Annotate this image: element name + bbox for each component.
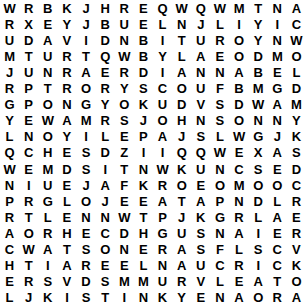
grid-cell-r11c8[interactable]: N	[134, 161, 153, 177]
grid-cell-r7c9[interactable]: U	[153, 97, 172, 113]
grid-cell-r16c15[interactable]: C	[268, 242, 287, 258]
grid-cell-r4c5[interactable]: T	[77, 48, 96, 64]
grid-cell-r5c2[interactable]: U	[19, 64, 38, 80]
grid-cell-r16c13[interactable]: L	[230, 242, 249, 258]
grid-cell-r4c12[interactable]: E	[210, 48, 229, 64]
grid-cell-r2c5[interactable]: J	[77, 16, 96, 32]
grid-cell-r12c14[interactable]: O	[249, 177, 268, 193]
grid-cell-r4c8[interactable]: B	[134, 48, 153, 64]
grid-cell-r12c7[interactable]: F	[115, 177, 134, 193]
grid-cell-r3c16[interactable]: W	[287, 32, 306, 48]
grid-cell-r9c5[interactable]: I	[77, 129, 96, 145]
grid-cell-r5c11[interactable]: N	[191, 64, 210, 80]
grid-cell-r17c5[interactable]: R	[77, 258, 96, 274]
grid-cell-r7c8[interactable]: K	[134, 97, 153, 113]
grid-cell-r6c16[interactable]: D	[287, 81, 306, 97]
grid-cell-r10c16[interactable]: S	[287, 145, 306, 161]
grid-cell-r9c10[interactable]: J	[172, 129, 191, 145]
grid-cell-r3c7[interactable]: N	[115, 32, 134, 48]
grid-cell-r8c6[interactable]: R	[96, 113, 115, 129]
grid-cell-r7c10[interactable]: D	[172, 97, 191, 113]
grid-cell-r6c1[interactable]: R	[0, 81, 19, 97]
grid-cell-r10c2[interactable]: C	[19, 145, 38, 161]
grid-cell-r8c11[interactable]: N	[191, 113, 210, 129]
grid-cell-r13c16[interactable]: R	[287, 193, 306, 209]
grid-cell-r2c4[interactable]: Y	[57, 16, 76, 32]
grid-cell-r8c8[interactable]: J	[134, 113, 153, 129]
grid-cell-r13c9[interactable]: A	[153, 193, 172, 209]
grid-cell-r13c7[interactable]: E	[115, 193, 134, 209]
grid-cell-r16c12[interactable]: F	[210, 242, 229, 258]
grid-cell-r5c4[interactable]: R	[57, 64, 76, 80]
grid-cell-r16c1[interactable]: C	[0, 242, 19, 258]
grid-cell-r12c15[interactable]: O	[268, 177, 287, 193]
grid-cell-r10c11[interactable]: Q	[191, 145, 210, 161]
grid-cell-r11c11[interactable]: U	[191, 161, 210, 177]
grid-cell-r17c3[interactable]: I	[38, 258, 57, 274]
grid-cell-r9c9[interactable]: A	[153, 129, 172, 145]
grid-cell-r10c9[interactable]: I	[153, 145, 172, 161]
grid-cell-r13c3[interactable]: G	[38, 193, 57, 209]
grid-cell-r14c1[interactable]: R	[0, 209, 19, 225]
grid-cell-r7c5[interactable]: G	[77, 97, 96, 113]
grid-cell-r2c12[interactable]: L	[210, 16, 229, 32]
grid-cell-r1c16[interactable]: A	[287, 0, 306, 16]
grid-cell-r13c14[interactable]: D	[249, 193, 268, 209]
grid-cell-r7c12[interactable]: S	[210, 97, 229, 113]
grid-cell-r19c8[interactable]: N	[134, 290, 153, 306]
grid-cell-r6c10[interactable]: O	[172, 81, 191, 97]
grid-cell-r2c16[interactable]: C	[287, 16, 306, 32]
grid-cell-r10c1[interactable]: Q	[0, 145, 19, 161]
grid-cell-r14c2[interactable]: T	[19, 209, 38, 225]
grid-cell-r16c11[interactable]: S	[191, 242, 210, 258]
grid-cell-r10c13[interactable]: E	[230, 145, 249, 161]
grid-cell-r3c10[interactable]: T	[172, 32, 191, 48]
grid-cell-r6c9[interactable]: C	[153, 81, 172, 97]
grid-cell-r10c3[interactable]: H	[38, 145, 57, 161]
grid-cell-r16c7[interactable]: N	[115, 242, 134, 258]
grid-cell-r2c13[interactable]: I	[230, 16, 249, 32]
grid-cell-r13c1[interactable]: P	[0, 193, 19, 209]
grid-cell-r7c7[interactable]: O	[115, 97, 134, 113]
grid-cell-r15c4[interactable]: H	[57, 225, 76, 241]
grid-cell-r16c2[interactable]: W	[19, 242, 38, 258]
grid-cell-r1c14[interactable]: T	[249, 0, 268, 16]
grid-cell-r11c6[interactable]: I	[96, 161, 115, 177]
grid-cell-r14c9[interactable]: P	[153, 209, 172, 225]
grid-cell-r10c5[interactable]: S	[77, 145, 96, 161]
grid-cell-r16c4[interactable]: T	[57, 242, 76, 258]
grid-cell-r17c7[interactable]: E	[115, 258, 134, 274]
grid-cell-r11c7[interactable]: T	[115, 161, 134, 177]
grid-cell-r16c5[interactable]: S	[77, 242, 96, 258]
grid-cell-r5c12[interactable]: N	[210, 64, 229, 80]
grid-cell-r8c5[interactable]: M	[77, 113, 96, 129]
grid-cell-r15c6[interactable]: C	[96, 225, 115, 241]
grid-cell-r10c15[interactable]: A	[268, 145, 287, 161]
grid-cell-r4c2[interactable]: T	[19, 48, 38, 64]
grid-cell-r8c9[interactable]: O	[153, 113, 172, 129]
grid-cell-r12c12[interactable]: O	[210, 177, 229, 193]
grid-cell-r12c10[interactable]: O	[172, 177, 191, 193]
grid-cell-r8c16[interactable]: Y	[287, 113, 306, 129]
grid-cell-r15c15[interactable]: E	[268, 225, 287, 241]
grid-cell-r15c16[interactable]: R	[287, 225, 306, 241]
grid-cell-r15c2[interactable]: O	[19, 225, 38, 241]
grid-cell-r9c4[interactable]: Y	[57, 129, 76, 145]
grid-cell-r6c13[interactable]: B	[230, 81, 249, 97]
grid-cell-r6c5[interactable]: O	[77, 81, 96, 97]
grid-cell-r1c8[interactable]: E	[134, 0, 153, 16]
grid-cell-r12c8[interactable]: K	[134, 177, 153, 193]
grid-cell-r17c11[interactable]: U	[191, 258, 210, 274]
grid-cell-r9c7[interactable]: E	[115, 129, 134, 145]
grid-cell-r17c9[interactable]: N	[153, 258, 172, 274]
grid-cell-r17c13[interactable]: R	[230, 258, 249, 274]
grid-cell-r17c8[interactable]: L	[134, 258, 153, 274]
grid-cell-r3c12[interactable]: R	[210, 32, 229, 48]
grid-cell-r11c5[interactable]: S	[77, 161, 96, 177]
grid-cell-r18c2[interactable]: R	[19, 274, 38, 290]
grid-cell-r15c7[interactable]: D	[115, 225, 134, 241]
grid-cell-r6c8[interactable]: S	[134, 81, 153, 97]
grid-cell-r6c7[interactable]: Y	[115, 81, 134, 97]
grid-cell-r8c15[interactable]: N	[268, 113, 287, 129]
grid-cell-r14c16[interactable]: E	[287, 209, 306, 225]
grid-cell-r3c4[interactable]: V	[57, 32, 76, 48]
grid-cell-r19c2[interactable]: J	[19, 290, 38, 306]
grid-cell-r5c1[interactable]: J	[0, 64, 19, 80]
grid-cell-r6c12[interactable]: F	[210, 81, 229, 97]
grid-cell-r17c6[interactable]: E	[96, 258, 115, 274]
grid-cell-r2c3[interactable]: E	[38, 16, 57, 32]
grid-cell-r12c2[interactable]: I	[19, 177, 38, 193]
grid-cell-r14c3[interactable]: L	[38, 209, 57, 225]
grid-cell-r19c3[interactable]: K	[38, 290, 57, 306]
grid-cell-r15c3[interactable]: R	[38, 225, 57, 241]
grid-cell-r18c12[interactable]: L	[210, 274, 229, 290]
grid-cell-r13c10[interactable]: T	[172, 193, 191, 209]
grid-cell-r2c7[interactable]: U	[115, 16, 134, 32]
grid-cell-r10c8[interactable]: I	[134, 145, 153, 161]
grid-cell-r11c14[interactable]: S	[249, 161, 268, 177]
grid-cell-r16c14[interactable]: S	[249, 242, 268, 258]
grid-cell-r18c13[interactable]: E	[230, 274, 249, 290]
grid-cell-r18c10[interactable]: R	[172, 274, 191, 290]
grid-cell-r13c5[interactable]: O	[77, 193, 96, 209]
grid-cell-r19c4[interactable]: I	[57, 290, 76, 306]
grid-cell-r5c3[interactable]: N	[38, 64, 57, 80]
grid-cell-r14c10[interactable]: J	[172, 209, 191, 225]
grid-cell-r15c14[interactable]: I	[249, 225, 268, 241]
grid-cell-r5c9[interactable]: I	[153, 64, 172, 80]
grid-cell-r5c15[interactable]: E	[268, 64, 287, 80]
grid-cell-r7c4[interactable]: N	[57, 97, 76, 113]
grid-cell-r13c6[interactable]: J	[96, 193, 115, 209]
grid-cell-r3c14[interactable]: Y	[249, 32, 268, 48]
grid-cell-r13c13[interactable]: N	[230, 193, 249, 209]
grid-cell-r2c8[interactable]: E	[134, 16, 153, 32]
grid-cell-r4c4[interactable]: R	[57, 48, 76, 64]
grid-cell-r6c11[interactable]: U	[191, 81, 210, 97]
grid-cell-r7c16[interactable]: M	[287, 97, 306, 113]
grid-cell-r15c13[interactable]: A	[230, 225, 249, 241]
grid-cell-r3c5[interactable]: I	[77, 32, 96, 48]
grid-cell-r7c6[interactable]: Y	[96, 97, 115, 113]
grid-cell-r11c2[interactable]: E	[19, 161, 38, 177]
grid-cell-r9c6[interactable]: L	[96, 129, 115, 145]
grid-cell-r7c1[interactable]: G	[0, 97, 19, 113]
grid-cell-r8c3[interactable]: W	[38, 113, 57, 129]
grid-cell-r15c1[interactable]: A	[0, 225, 19, 241]
grid-cell-r18c8[interactable]: M	[134, 274, 153, 290]
grid-cell-r7c3[interactable]: O	[38, 97, 57, 113]
grid-cell-r15c11[interactable]: S	[191, 225, 210, 241]
grid-cell-r4c11[interactable]: A	[191, 48, 210, 64]
grid-cell-r18c15[interactable]: T	[268, 274, 287, 290]
grid-cell-r9c8[interactable]: P	[134, 129, 153, 145]
grid-cell-r9c13[interactable]: W	[230, 129, 249, 145]
grid-cell-r14c11[interactable]: K	[191, 209, 210, 225]
grid-cell-r14c8[interactable]: T	[134, 209, 153, 225]
grid-cell-r18c7[interactable]: M	[115, 274, 134, 290]
grid-cell-r18c6[interactable]: S	[96, 274, 115, 290]
grid-cell-r13c15[interactable]: L	[268, 193, 287, 209]
grid-cell-r3c6[interactable]: D	[96, 32, 115, 48]
grid-cell-r17c1[interactable]: H	[0, 258, 19, 274]
grid-cell-r3c3[interactable]: A	[38, 32, 57, 48]
grid-cell-r16c8[interactable]: E	[134, 242, 153, 258]
grid-cell-r10c14[interactable]: X	[249, 145, 268, 161]
grid-cell-r8c1[interactable]: Y	[0, 113, 19, 129]
grid-cell-r11c3[interactable]: M	[38, 161, 57, 177]
grid-cell-r9c2[interactable]: N	[19, 129, 38, 145]
grid-cell-r12c5[interactable]: J	[77, 177, 96, 193]
grid-cell-r12c4[interactable]: E	[57, 177, 76, 193]
grid-cell-r4c16[interactable]: O	[287, 48, 306, 64]
grid-cell-r17c15[interactable]: C	[268, 258, 287, 274]
grid-cell-r11c9[interactable]: W	[153, 161, 172, 177]
grid-cell-r19c14[interactable]: O	[249, 290, 268, 306]
grid-cell-r11c15[interactable]: E	[268, 161, 287, 177]
grid-cell-r13c8[interactable]: E	[134, 193, 153, 209]
grid-cell-r11c16[interactable]: D	[287, 161, 306, 177]
grid-cell-r11c10[interactable]: K	[172, 161, 191, 177]
grid-cell-r18c1[interactable]: E	[0, 274, 19, 290]
grid-cell-r9c11[interactable]: S	[191, 129, 210, 145]
grid-cell-r1c12[interactable]: W	[210, 0, 229, 16]
grid-cell-r3c15[interactable]: N	[268, 32, 287, 48]
grid-cell-r14c7[interactable]: W	[115, 209, 134, 225]
grid-cell-r17c16[interactable]: K	[287, 258, 306, 274]
grid-cell-r2c1[interactable]: R	[0, 16, 19, 32]
grid-cell-r12c3[interactable]: U	[38, 177, 57, 193]
grid-cell-r1c10[interactable]: W	[172, 0, 191, 16]
grid-cell-r17c4[interactable]: A	[57, 258, 76, 274]
grid-cell-r19c1[interactable]: L	[0, 290, 19, 306]
grid-cell-r14c13[interactable]: R	[230, 209, 249, 225]
grid-cell-r6c3[interactable]: T	[38, 81, 57, 97]
grid-cell-r3c9[interactable]: I	[153, 32, 172, 48]
grid-cell-r8c4[interactable]: A	[57, 113, 76, 129]
grid-cell-r8c10[interactable]: H	[172, 113, 191, 129]
grid-cell-r9c16[interactable]: K	[287, 129, 306, 145]
grid-cell-r17c12[interactable]: C	[210, 258, 229, 274]
grid-cell-r8c14[interactable]: N	[249, 113, 268, 129]
grid-cell-r19c6[interactable]: T	[96, 290, 115, 306]
grid-cell-r18c14[interactable]: A	[249, 274, 268, 290]
grid-cell-r16c10[interactable]: A	[172, 242, 191, 258]
grid-cell-r17c2[interactable]: T	[19, 258, 38, 274]
grid-cell-r4c13[interactable]: O	[230, 48, 249, 64]
grid-cell-r3c8[interactable]: B	[134, 32, 153, 48]
grid-cell-r18c9[interactable]: U	[153, 274, 172, 290]
grid-cell-r6c2[interactable]: P	[19, 81, 38, 97]
grid-cell-r4c6[interactable]: Q	[96, 48, 115, 64]
grid-cell-r14c15[interactable]: A	[268, 209, 287, 225]
grid-cell-r12c1[interactable]: N	[0, 177, 19, 193]
grid-cell-r1c6[interactable]: H	[96, 0, 115, 16]
grid-cell-r1c9[interactable]: Q	[153, 0, 172, 16]
grid-cell-r4c3[interactable]: U	[38, 48, 57, 64]
grid-cell-r5c5[interactable]: A	[77, 64, 96, 80]
grid-cell-r1c11[interactable]: Q	[191, 0, 210, 16]
grid-cell-r15c9[interactable]: G	[153, 225, 172, 241]
grid-cell-r12c9[interactable]: R	[153, 177, 172, 193]
grid-cell-r3c1[interactable]: U	[0, 32, 19, 48]
grid-cell-r12c13[interactable]: M	[230, 177, 249, 193]
grid-cell-r2c6[interactable]: B	[96, 16, 115, 32]
grid-cell-r19c9[interactable]: K	[153, 290, 172, 306]
grid-cell-r7c14[interactable]: W	[249, 97, 268, 113]
grid-cell-r14c12[interactable]: G	[210, 209, 229, 225]
grid-cell-r19c11[interactable]: E	[191, 290, 210, 306]
grid-cell-r17c14[interactable]: I	[249, 258, 268, 274]
grid-cell-r4c15[interactable]: M	[268, 48, 287, 64]
grid-cell-r1c2[interactable]: R	[19, 0, 38, 16]
grid-cell-r13c4[interactable]: L	[57, 193, 76, 209]
grid-cell-r7c13[interactable]: D	[230, 97, 249, 113]
grid-cell-r2c15[interactable]: I	[268, 16, 287, 32]
grid-cell-r16c9[interactable]: R	[153, 242, 172, 258]
grid-cell-r10c10[interactable]: Q	[172, 145, 191, 161]
grid-cell-r9c12[interactable]: L	[210, 129, 229, 145]
grid-cell-r2c10[interactable]: N	[172, 16, 191, 32]
grid-cell-r19c16[interactable]: A	[287, 290, 306, 306]
grid-cell-r9c14[interactable]: G	[249, 129, 268, 145]
grid-cell-r3c2[interactable]: D	[19, 32, 38, 48]
grid-cell-r6c4[interactable]: R	[57, 81, 76, 97]
grid-cell-r9c1[interactable]: L	[0, 129, 19, 145]
grid-cell-r2c2[interactable]: X	[19, 16, 38, 32]
grid-cell-r5c16[interactable]: L	[287, 64, 306, 80]
grid-cell-r6c14[interactable]: M	[249, 81, 268, 97]
grid-cell-r10c12[interactable]: W	[210, 145, 229, 161]
grid-cell-r7c11[interactable]: V	[191, 97, 210, 113]
grid-cell-r4c10[interactable]: L	[172, 48, 191, 64]
grid-cell-r1c1[interactable]: W	[0, 0, 19, 16]
grid-cell-r8c2[interactable]: E	[19, 113, 38, 129]
grid-cell-r4c7[interactable]: W	[115, 48, 134, 64]
grid-cell-r18c4[interactable]: V	[57, 274, 76, 290]
grid-cell-r16c16[interactable]: V	[287, 242, 306, 258]
grid-cell-r18c11[interactable]: V	[191, 274, 210, 290]
grid-cell-r13c2[interactable]: R	[19, 193, 38, 209]
grid-cell-r19c5[interactable]: S	[77, 290, 96, 306]
grid-cell-r14c14[interactable]: L	[249, 209, 268, 225]
grid-cell-r8c12[interactable]: S	[210, 113, 229, 129]
grid-cell-r5c14[interactable]: B	[249, 64, 268, 80]
grid-cell-r9c3[interactable]: O	[38, 129, 57, 145]
grid-cell-r6c6[interactable]: R	[96, 81, 115, 97]
grid-cell-r15c5[interactable]: E	[77, 225, 96, 241]
grid-cell-r12c6[interactable]: A	[96, 177, 115, 193]
grid-cell-r4c9[interactable]: Y	[153, 48, 172, 64]
grid-cell-r11c13[interactable]: C	[230, 161, 249, 177]
grid-cell-r7c15[interactable]: A	[268, 97, 287, 113]
grid-cell-r15c12[interactable]: N	[210, 225, 229, 241]
grid-cell-r2c9[interactable]: L	[153, 16, 172, 32]
grid-cell-r13c12[interactable]: P	[210, 193, 229, 209]
grid-cell-r6c15[interactable]: G	[268, 81, 287, 97]
grid-cell-r1c13[interactable]: M	[230, 0, 249, 16]
grid-cell-r16c3[interactable]: A	[38, 242, 57, 258]
grid-cell-r11c1[interactable]: W	[0, 161, 19, 177]
grid-cell-r3c11[interactable]: U	[191, 32, 210, 48]
grid-cell-r1c3[interactable]: B	[38, 0, 57, 16]
grid-cell-r19c13[interactable]: A	[230, 290, 249, 306]
grid-cell-r8c13[interactable]: O	[230, 113, 249, 129]
grid-cell-r5c6[interactable]: E	[96, 64, 115, 80]
grid-cell-r17c10[interactable]: A	[172, 258, 191, 274]
grid-cell-r4c14[interactable]: D	[249, 48, 268, 64]
grid-cell-r13c11[interactable]: A	[191, 193, 210, 209]
grid-cell-r7c2[interactable]: P	[19, 97, 38, 113]
grid-cell-r19c10[interactable]: Y	[172, 290, 191, 306]
grid-cell-r2c14[interactable]: Y	[249, 16, 268, 32]
grid-cell-r1c7[interactable]: R	[115, 0, 134, 16]
grid-cell-r5c8[interactable]: D	[134, 64, 153, 80]
grid-cell-r2c11[interactable]: J	[191, 16, 210, 32]
grid-cell-r10c4[interactable]: E	[57, 145, 76, 161]
grid-cell-r14c5[interactable]: N	[77, 209, 96, 225]
grid-cell-r8c7[interactable]: S	[115, 113, 134, 129]
grid-cell-r15c8[interactable]: H	[134, 225, 153, 241]
grid-cell-r4c1[interactable]: M	[0, 48, 19, 64]
grid-cell-r3c13[interactable]: O	[230, 32, 249, 48]
grid-cell-r11c4[interactable]: D	[57, 161, 76, 177]
grid-cell-r1c5[interactable]: J	[77, 0, 96, 16]
grid-cell-r10c7[interactable]: Z	[115, 145, 134, 161]
grid-cell-r15c10[interactable]: U	[172, 225, 191, 241]
grid-cell-r19c7[interactable]: I	[115, 290, 134, 306]
grid-cell-r10c6[interactable]: D	[96, 145, 115, 161]
grid-cell-r9c15[interactable]: J	[268, 129, 287, 145]
grid-cell-r16c6[interactable]: O	[96, 242, 115, 258]
grid-cell-r5c7[interactable]: R	[115, 64, 134, 80]
grid-cell-r12c16[interactable]: C	[287, 177, 306, 193]
grid-cell-r19c15[interactable]: R	[268, 290, 287, 306]
grid-cell-r14c6[interactable]: N	[96, 209, 115, 225]
grid-cell-r11c12[interactable]: N	[210, 161, 229, 177]
grid-cell-r18c3[interactable]: S	[38, 274, 57, 290]
grid-cell-r5c10[interactable]: A	[172, 64, 191, 80]
grid-cell-r5c13[interactable]: A	[230, 64, 249, 80]
grid-cell-r1c4[interactable]: K	[57, 0, 76, 16]
grid-cell-r18c16[interactable]: O	[287, 274, 306, 290]
grid-cell-r1c15[interactable]: N	[268, 0, 287, 16]
